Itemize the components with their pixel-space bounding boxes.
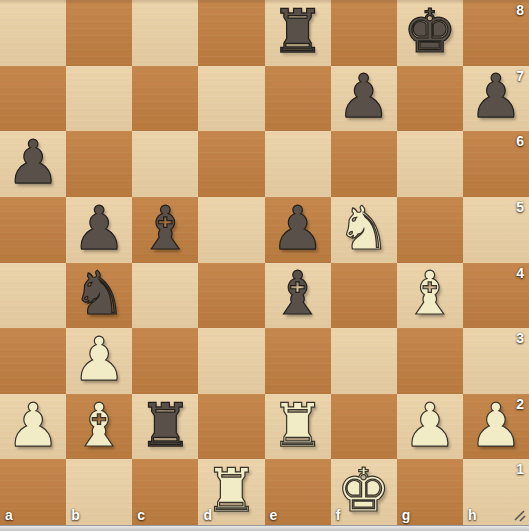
square-g5[interactable]	[397, 197, 463, 263]
square-h5[interactable]: 5	[463, 197, 529, 263]
chess-board-page: ♜♚8♟♟7♟6♟♝♟♞5♞♝♝4♟3♟♝♜♜♟♟2abc♜de♚fg1h	[0, 0, 529, 531]
white-pawn[interactable]: ♟	[72, 329, 126, 389]
square-c1[interactable]: c	[132, 459, 198, 525]
square-g1[interactable]: g	[397, 459, 463, 525]
white-pawn[interactable]: ♟	[469, 395, 523, 455]
square-e7[interactable]	[265, 66, 331, 132]
square-h4[interactable]: 4	[463, 263, 529, 329]
black-pawn[interactable]: ♟	[337, 66, 391, 126]
square-h8[interactable]: 8	[463, 0, 529, 66]
square-c8[interactable]	[132, 0, 198, 66]
square-f8[interactable]	[331, 0, 397, 66]
black-pawn[interactable]: ♟	[72, 198, 126, 258]
white-rook[interactable]: ♜	[205, 460, 259, 520]
square-a4[interactable]	[0, 263, 66, 329]
square-d6[interactable]	[198, 131, 264, 197]
square-d4[interactable]	[198, 263, 264, 329]
page-background-strip	[0, 525, 529, 531]
square-a7[interactable]	[0, 66, 66, 132]
black-knight[interactable]: ♞	[72, 263, 126, 323]
square-d5[interactable]	[198, 197, 264, 263]
black-pawn[interactable]: ♟	[271, 198, 325, 258]
square-b3[interactable]: ♟	[66, 328, 132, 394]
square-f2[interactable]	[331, 394, 397, 460]
black-bishop[interactable]: ♝	[138, 198, 192, 258]
square-e4[interactable]: ♝	[265, 263, 331, 329]
square-f6[interactable]	[331, 131, 397, 197]
square-e3[interactable]	[265, 328, 331, 394]
square-g8[interactable]: ♚	[397, 0, 463, 66]
square-f7[interactable]: ♟	[331, 66, 397, 132]
square-g2[interactable]: ♟	[397, 394, 463, 460]
file-label-g: g	[402, 508, 411, 522]
square-h3[interactable]: 3	[463, 328, 529, 394]
square-b5[interactable]: ♟	[66, 197, 132, 263]
board-resize-handle-icon[interactable]	[512, 508, 526, 522]
white-king[interactable]: ♚	[337, 460, 391, 520]
white-pawn[interactable]: ♟	[6, 395, 60, 455]
square-c2[interactable]: ♜	[132, 394, 198, 460]
black-rook[interactable]: ♜	[138, 395, 192, 455]
square-d1[interactable]: ♜d	[198, 459, 264, 525]
square-g3[interactable]	[397, 328, 463, 394]
square-d7[interactable]	[198, 66, 264, 132]
rank-label-8: 8	[516, 3, 524, 17]
white-pawn[interactable]: ♟	[403, 395, 457, 455]
square-e2[interactable]: ♜	[265, 394, 331, 460]
rank-label-5: 5	[516, 200, 524, 214]
square-b6[interactable]	[66, 131, 132, 197]
square-d2[interactable]	[198, 394, 264, 460]
white-bishop[interactable]: ♝	[72, 395, 126, 455]
rank-label-6: 6	[516, 134, 524, 148]
square-c3[interactable]	[132, 328, 198, 394]
square-e5[interactable]: ♟	[265, 197, 331, 263]
square-b4[interactable]: ♞	[66, 263, 132, 329]
square-b1[interactable]: b	[66, 459, 132, 525]
file-label-e: e	[270, 508, 278, 522]
square-d3[interactable]	[198, 328, 264, 394]
square-b8[interactable]	[66, 0, 132, 66]
square-h7[interactable]: ♟7	[463, 66, 529, 132]
file-label-a: a	[5, 508, 13, 522]
square-a6[interactable]: ♟	[0, 131, 66, 197]
square-b2[interactable]: ♝	[66, 394, 132, 460]
square-b7[interactable]	[66, 66, 132, 132]
square-d8[interactable]	[198, 0, 264, 66]
square-e1[interactable]: e	[265, 459, 331, 525]
square-g6[interactable]	[397, 131, 463, 197]
white-rook[interactable]: ♜	[271, 395, 325, 455]
square-c5[interactable]: ♝	[132, 197, 198, 263]
square-f3[interactable]	[331, 328, 397, 394]
square-a3[interactable]	[0, 328, 66, 394]
square-c7[interactable]	[132, 66, 198, 132]
square-f4[interactable]	[331, 263, 397, 329]
square-e8[interactable]: ♜	[265, 0, 331, 66]
square-c4[interactable]	[132, 263, 198, 329]
black-king[interactable]: ♚	[403, 1, 457, 61]
square-a1[interactable]: a	[0, 459, 66, 525]
square-a8[interactable]	[0, 0, 66, 66]
square-a2[interactable]: ♟	[0, 394, 66, 460]
square-c6[interactable]	[132, 131, 198, 197]
white-knight[interactable]: ♞	[337, 198, 391, 258]
square-g7[interactable]	[397, 66, 463, 132]
file-label-b: b	[71, 508, 80, 522]
chess-board: ♜♚8♟♟7♟6♟♝♟♞5♞♝♝4♟3♟♝♜♜♟♟2abc♜de♚fg1h	[0, 0, 529, 525]
rank-label-4: 4	[516, 266, 524, 280]
rank-label-3: 3	[516, 331, 524, 345]
black-bishop[interactable]: ♝	[271, 263, 325, 323]
rank-label-1: 1	[516, 462, 524, 476]
square-h1[interactable]: 1h	[463, 459, 529, 525]
square-h6[interactable]: 6	[463, 131, 529, 197]
square-h2[interactable]: ♟2	[463, 394, 529, 460]
square-f1[interactable]: ♚f	[331, 459, 397, 525]
square-f5[interactable]: ♞	[331, 197, 397, 263]
black-rook[interactable]: ♜	[271, 1, 325, 61]
black-pawn[interactable]: ♟	[469, 66, 523, 126]
square-e6[interactable]	[265, 131, 331, 197]
black-pawn[interactable]: ♟	[6, 132, 60, 192]
file-label-c: c	[137, 508, 145, 522]
square-a5[interactable]	[0, 197, 66, 263]
file-label-h: h	[468, 508, 477, 522]
white-bishop[interactable]: ♝	[403, 263, 457, 323]
square-g4[interactable]: ♝	[397, 263, 463, 329]
